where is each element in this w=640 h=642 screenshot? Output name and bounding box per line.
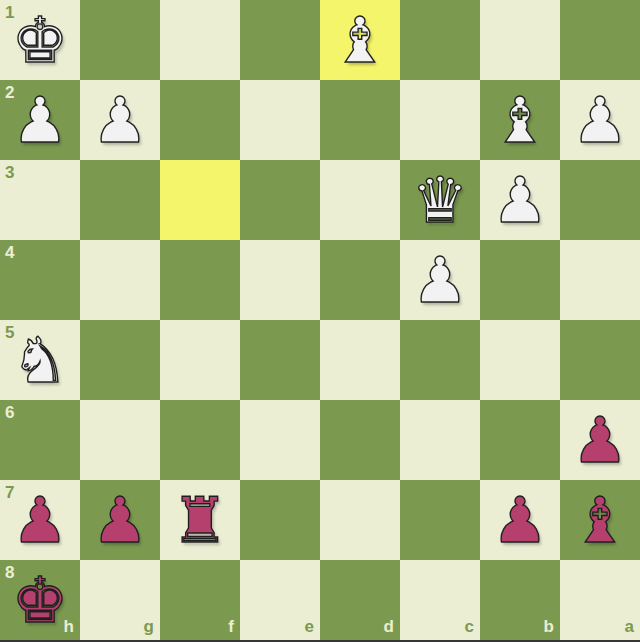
file-label-g: g [144,617,154,637]
file-label-c: c [465,617,474,637]
square-g1[interactable] [80,0,160,80]
square-h8[interactable]: 8h♚ [0,560,80,640]
square-f4[interactable] [160,240,240,320]
square-c1[interactable] [400,0,480,80]
square-a3[interactable] [560,160,640,240]
square-b6[interactable] [480,400,560,480]
square-a8[interactable]: a [560,560,640,640]
square-c4[interactable]: ♟ [400,240,480,320]
square-a1[interactable] [560,0,640,80]
white-pawn[interactable]: ♟ [480,160,560,240]
square-d2[interactable] [320,80,400,160]
white-bishop[interactable]: ♝ [320,0,400,80]
square-b7[interactable]: ♟ [480,480,560,560]
square-h3[interactable]: 3 [0,160,80,240]
square-b5[interactable] [480,320,560,400]
rank-label-3: 3 [5,163,14,183]
square-c7[interactable] [400,480,480,560]
white-bishop[interactable]: ♝ [480,80,560,160]
rank-label-4: 4 [5,243,14,263]
square-e6[interactable] [240,400,320,480]
white-pawn[interactable]: ♟ [0,80,80,160]
square-f7[interactable]: ♜ [160,480,240,560]
square-e8[interactable]: e [240,560,320,640]
square-f1[interactable] [160,0,240,80]
square-g6[interactable] [80,400,160,480]
chess-board: 1♚♝2♟♟♝♟3♛♟4♟5♞6♟7♟♟♜♟♝8h♚gfedcba [0,0,640,640]
square-g4[interactable] [80,240,160,320]
square-e2[interactable] [240,80,320,160]
square-b2[interactable]: ♝ [480,80,560,160]
black-king[interactable]: ♚ [0,560,80,640]
square-f8[interactable]: f [160,560,240,640]
file-label-e: e [305,617,314,637]
file-label-b: b [544,617,554,637]
square-a4[interactable] [560,240,640,320]
square-b8[interactable]: b [480,560,560,640]
square-h5[interactable]: 5♞ [0,320,80,400]
square-a2[interactable]: ♟ [560,80,640,160]
square-h4[interactable]: 4 [0,240,80,320]
black-pawn[interactable]: ♟ [560,400,640,480]
white-pawn[interactable]: ♟ [80,80,160,160]
square-d8[interactable]: d [320,560,400,640]
file-label-a: a [625,617,634,637]
square-e5[interactable] [240,320,320,400]
square-d7[interactable] [320,480,400,560]
file-label-d: d [384,617,394,637]
white-king[interactable]: ♚ [0,0,80,80]
square-d5[interactable] [320,320,400,400]
black-bishop[interactable]: ♝ [560,480,640,560]
square-c3[interactable]: ♛ [400,160,480,240]
square-e4[interactable] [240,240,320,320]
square-g8[interactable]: g [80,560,160,640]
black-rook[interactable]: ♜ [160,480,240,560]
square-g3[interactable] [80,160,160,240]
black-pawn[interactable]: ♟ [80,480,160,560]
square-f5[interactable] [160,320,240,400]
square-c8[interactable]: c [400,560,480,640]
square-d6[interactable] [320,400,400,480]
black-pawn[interactable]: ♟ [480,480,560,560]
square-d1[interactable]: ♝ [320,0,400,80]
square-b4[interactable] [480,240,560,320]
square-f2[interactable] [160,80,240,160]
square-g7[interactable]: ♟ [80,480,160,560]
white-queen[interactable]: ♛ [400,160,480,240]
square-a6[interactable]: ♟ [560,400,640,480]
square-c5[interactable] [400,320,480,400]
square-c2[interactable] [400,80,480,160]
square-a5[interactable] [560,320,640,400]
square-c6[interactable] [400,400,480,480]
square-e3[interactable] [240,160,320,240]
white-knight[interactable]: ♞ [0,320,80,400]
square-h1[interactable]: 1♚ [0,0,80,80]
square-e7[interactable] [240,480,320,560]
square-g5[interactable] [80,320,160,400]
square-a7[interactable]: ♝ [560,480,640,560]
square-f6[interactable] [160,400,240,480]
square-d3[interactable] [320,160,400,240]
square-d4[interactable] [320,240,400,320]
white-pawn[interactable]: ♟ [400,240,480,320]
white-pawn[interactable]: ♟ [560,80,640,160]
square-b3[interactable]: ♟ [480,160,560,240]
square-e1[interactable] [240,0,320,80]
square-h6[interactable]: 6 [0,400,80,480]
rank-label-6: 6 [5,403,14,423]
square-b1[interactable] [480,0,560,80]
black-pawn[interactable]: ♟ [0,480,80,560]
square-g2[interactable]: ♟ [80,80,160,160]
square-f3[interactable] [160,160,240,240]
square-h2[interactable]: 2♟ [0,80,80,160]
file-label-f: f [228,617,234,637]
square-h7[interactable]: 7♟ [0,480,80,560]
